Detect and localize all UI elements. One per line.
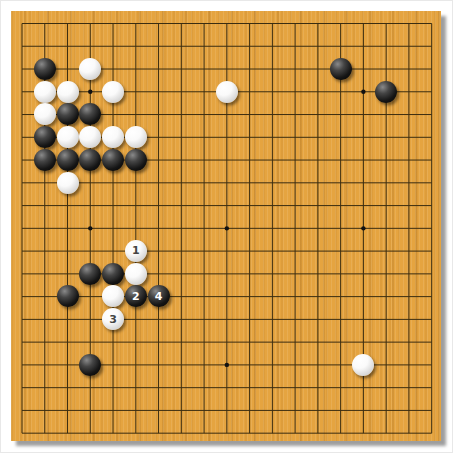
board-intersection-N4[interactable] — [284, 353, 307, 376]
board-intersection-A16[interactable] — [11, 80, 34, 103]
board-intersection-A12[interactable] — [11, 171, 34, 194]
board-intersection-L18[interactable] — [238, 35, 261, 58]
board-intersection-M14[interactable] — [261, 126, 284, 149]
board-intersection-S12[interactable] — [397, 171, 420, 194]
board-intersection-B6[interactable] — [33, 308, 56, 331]
board-intersection-C5[interactable] — [56, 331, 79, 354]
board-intersection-F11[interactable] — [124, 194, 147, 217]
board-intersection-L9[interactable] — [238, 240, 261, 263]
board-intersection-A19[interactable] — [11, 12, 34, 35]
board-intersection-S7[interactable] — [397, 285, 420, 308]
board-intersection-F9[interactable]: 1 — [124, 240, 147, 263]
board-intersection-R17[interactable] — [375, 58, 398, 81]
board-intersection-B16[interactable] — [33, 80, 56, 103]
board-intersection-C14[interactable] — [56, 126, 79, 149]
board-intersection-J16[interactable] — [193, 80, 216, 103]
board-intersection-C7[interactable] — [56, 285, 79, 308]
board-intersection-C8[interactable] — [56, 262, 79, 285]
board-intersection-K9[interactable] — [215, 240, 238, 263]
board-intersection-T18[interactable] — [420, 35, 443, 58]
board-intersection-R1[interactable] — [375, 422, 398, 445]
board-intersection-F14[interactable] — [124, 126, 147, 149]
board-intersection-S19[interactable] — [397, 12, 420, 35]
board-intersection-N10[interactable] — [284, 217, 307, 240]
board-intersection-J5[interactable] — [193, 331, 216, 354]
board-intersection-H14[interactable] — [170, 126, 193, 149]
board-intersection-O1[interactable] — [306, 422, 329, 445]
board-intersection-L19[interactable] — [238, 12, 261, 35]
board-intersection-B19[interactable] — [33, 12, 56, 35]
board-intersection-A14[interactable] — [11, 126, 34, 149]
board-intersection-M13[interactable] — [261, 149, 284, 172]
board-intersection-S1[interactable] — [397, 422, 420, 445]
board-intersection-S16[interactable] — [397, 80, 420, 103]
board-intersection-T16[interactable] — [420, 80, 443, 103]
board-intersection-S5[interactable] — [397, 331, 420, 354]
board-intersection-E10[interactable] — [102, 217, 125, 240]
board-intersection-F18[interactable] — [124, 35, 147, 58]
board-intersection-N2[interactable] — [284, 399, 307, 422]
board-intersection-O6[interactable] — [306, 308, 329, 331]
board-intersection-E7[interactable] — [102, 285, 125, 308]
board-intersection-R9[interactable] — [375, 240, 398, 263]
board-intersection-C13[interactable] — [56, 149, 79, 172]
board-intersection-L5[interactable] — [238, 331, 261, 354]
board-intersection-J7[interactable] — [193, 285, 216, 308]
board-intersection-R15[interactable] — [375, 103, 398, 126]
board-intersection-Q6[interactable] — [352, 308, 375, 331]
board-intersection-G19[interactable] — [147, 12, 170, 35]
board-intersection-P1[interactable] — [329, 422, 352, 445]
board-intersection-B5[interactable] — [33, 331, 56, 354]
board-intersection-K13[interactable] — [215, 149, 238, 172]
board-intersection-P19[interactable] — [329, 12, 352, 35]
board-intersection-P11[interactable] — [329, 194, 352, 217]
board-intersection-D15[interactable] — [79, 103, 102, 126]
board-intersection-G7[interactable]: 4 — [147, 285, 170, 308]
board-intersection-H10[interactable] — [170, 217, 193, 240]
board-intersection-D14[interactable] — [79, 126, 102, 149]
board-intersection-M16[interactable] — [261, 80, 284, 103]
board-intersection-N16[interactable] — [284, 80, 307, 103]
board-intersection-J14[interactable] — [193, 126, 216, 149]
board-intersection-G12[interactable] — [147, 171, 170, 194]
board-intersection-J4[interactable] — [193, 353, 216, 376]
board-intersection-D5[interactable] — [79, 331, 102, 354]
board-intersection-A15[interactable] — [11, 103, 34, 126]
board-intersection-B7[interactable] — [33, 285, 56, 308]
board-intersection-E19[interactable] — [102, 12, 125, 35]
board-intersection-G8[interactable] — [147, 262, 170, 285]
board-intersection-E15[interactable] — [102, 103, 125, 126]
board-intersection-Q8[interactable] — [352, 262, 375, 285]
board-intersection-L15[interactable] — [238, 103, 261, 126]
board-intersection-S2[interactable] — [397, 399, 420, 422]
board-intersection-L6[interactable] — [238, 308, 261, 331]
board-intersection-S3[interactable] — [397, 376, 420, 399]
board-intersection-L14[interactable] — [238, 126, 261, 149]
board-intersection-J8[interactable] — [193, 262, 216, 285]
board-intersection-R16[interactable] — [375, 80, 398, 103]
board-intersection-T17[interactable] — [420, 58, 443, 81]
board-intersection-Q10[interactable] — [352, 217, 375, 240]
board-intersection-C17[interactable] — [56, 58, 79, 81]
board-intersection-A11[interactable] — [11, 194, 34, 217]
board-intersection-S8[interactable] — [397, 262, 420, 285]
board-intersection-O11[interactable] — [306, 194, 329, 217]
board-intersection-R3[interactable] — [375, 376, 398, 399]
board-intersection-P5[interactable] — [329, 331, 352, 354]
board-intersection-M10[interactable] — [261, 217, 284, 240]
board-intersection-C12[interactable] — [56, 171, 79, 194]
board-intersection-N9[interactable] — [284, 240, 307, 263]
board-intersection-T4[interactable] — [420, 353, 443, 376]
board-intersection-K16[interactable] — [215, 80, 238, 103]
board-intersection-F6[interactable] — [124, 308, 147, 331]
board-intersection-K17[interactable] — [215, 58, 238, 81]
board-intersection-Q18[interactable] — [352, 35, 375, 58]
board-intersection-O15[interactable] — [306, 103, 329, 126]
board-intersection-E13[interactable] — [102, 149, 125, 172]
board-intersection-Q9[interactable] — [352, 240, 375, 263]
board-intersection-C18[interactable] — [56, 35, 79, 58]
board-intersection-C2[interactable] — [56, 399, 79, 422]
board-intersection-S14[interactable] — [397, 126, 420, 149]
board-intersection-R6[interactable] — [375, 308, 398, 331]
board-intersection-M3[interactable] — [261, 376, 284, 399]
board-intersection-P13[interactable] — [329, 149, 352, 172]
board-intersection-D19[interactable] — [79, 12, 102, 35]
board-intersection-F4[interactable] — [124, 353, 147, 376]
board-intersection-F10[interactable] — [124, 217, 147, 240]
board-intersection-C15[interactable] — [56, 103, 79, 126]
board-intersection-E2[interactable] — [102, 399, 125, 422]
board-intersection-S10[interactable] — [397, 217, 420, 240]
board-intersection-O17[interactable] — [306, 58, 329, 81]
board-intersection-O14[interactable] — [306, 126, 329, 149]
board-intersection-P10[interactable] — [329, 217, 352, 240]
board-intersection-J6[interactable] — [193, 308, 216, 331]
board-intersection-F15[interactable] — [124, 103, 147, 126]
board-intersection-D16[interactable] — [79, 80, 102, 103]
board-intersection-O12[interactable] — [306, 171, 329, 194]
board-intersection-M12[interactable] — [261, 171, 284, 194]
board-intersection-F12[interactable] — [124, 171, 147, 194]
board-intersection-K4[interactable] — [215, 353, 238, 376]
board-intersection-G10[interactable] — [147, 217, 170, 240]
board-intersection-L11[interactable] — [238, 194, 261, 217]
board-intersection-Q14[interactable] — [352, 126, 375, 149]
board-intersection-O9[interactable] — [306, 240, 329, 263]
board-intersection-Q3[interactable] — [352, 376, 375, 399]
board-intersection-S15[interactable] — [397, 103, 420, 126]
board-intersection-E17[interactable] — [102, 58, 125, 81]
board-intersection-O4[interactable] — [306, 353, 329, 376]
board-intersection-G3[interactable] — [147, 376, 170, 399]
board-intersection-F3[interactable] — [124, 376, 147, 399]
board-intersection-L4[interactable] — [238, 353, 261, 376]
board-intersection-G5[interactable] — [147, 331, 170, 354]
board-intersection-N8[interactable] — [284, 262, 307, 285]
board-intersection-N5[interactable] — [284, 331, 307, 354]
board-intersection-D2[interactable] — [79, 399, 102, 422]
board-intersection-T13[interactable] — [420, 149, 443, 172]
board-intersection-T9[interactable] — [420, 240, 443, 263]
board-intersection-S4[interactable] — [397, 353, 420, 376]
board-intersection-J13[interactable] — [193, 149, 216, 172]
board-intersection-F8[interactable] — [124, 262, 147, 285]
board-intersection-E1[interactable] — [102, 422, 125, 445]
board-intersection-J12[interactable] — [193, 171, 216, 194]
board-intersection-S13[interactable] — [397, 149, 420, 172]
board-intersection-J1[interactable] — [193, 422, 216, 445]
board-intersection-D9[interactable] — [79, 240, 102, 263]
board-intersection-L1[interactable] — [238, 422, 261, 445]
board-intersection-D1[interactable] — [79, 422, 102, 445]
board-intersection-J9[interactable] — [193, 240, 216, 263]
board-intersection-D13[interactable] — [79, 149, 102, 172]
board-intersection-L7[interactable] — [238, 285, 261, 308]
board-intersection-M17[interactable] — [261, 58, 284, 81]
board-intersection-B4[interactable] — [33, 353, 56, 376]
board-intersection-N14[interactable] — [284, 126, 307, 149]
board-intersection-T14[interactable] — [420, 126, 443, 149]
board-intersection-D6[interactable] — [79, 308, 102, 331]
board-intersection-P15[interactable] — [329, 103, 352, 126]
board-intersection-L10[interactable] — [238, 217, 261, 240]
board-intersection-Q5[interactable] — [352, 331, 375, 354]
board-intersection-B8[interactable] — [33, 262, 56, 285]
board-intersection-K12[interactable] — [215, 171, 238, 194]
board-intersection-H12[interactable] — [170, 171, 193, 194]
board-intersection-M6[interactable] — [261, 308, 284, 331]
board-intersection-M1[interactable] — [261, 422, 284, 445]
board-intersection-Q13[interactable] — [352, 149, 375, 172]
board-intersection-O10[interactable] — [306, 217, 329, 240]
board-intersection-R4[interactable] — [375, 353, 398, 376]
board-intersection-N17[interactable] — [284, 58, 307, 81]
board-intersection-S11[interactable] — [397, 194, 420, 217]
board-intersection-A1[interactable] — [11, 422, 34, 445]
board-intersection-L2[interactable] — [238, 399, 261, 422]
board-intersection-H8[interactable] — [170, 262, 193, 285]
board-intersection-J19[interactable] — [193, 12, 216, 35]
board-intersection-N13[interactable] — [284, 149, 307, 172]
board-intersection-H13[interactable] — [170, 149, 193, 172]
board-intersection-M2[interactable] — [261, 399, 284, 422]
board-intersection-A4[interactable] — [11, 353, 34, 376]
board-intersection-P8[interactable] — [329, 262, 352, 285]
board-intersection-P6[interactable] — [329, 308, 352, 331]
board-intersection-H4[interactable] — [170, 353, 193, 376]
board-intersection-Q2[interactable] — [352, 399, 375, 422]
board-intersection-G14[interactable] — [147, 126, 170, 149]
board-intersection-A9[interactable] — [11, 240, 34, 263]
board-intersection-C11[interactable] — [56, 194, 79, 217]
board-intersection-A3[interactable] — [11, 376, 34, 399]
board-intersection-E12[interactable] — [102, 171, 125, 194]
board-intersection-G13[interactable] — [147, 149, 170, 172]
board-intersection-F17[interactable] — [124, 58, 147, 81]
board-intersection-G16[interactable] — [147, 80, 170, 103]
board-intersection-K19[interactable] — [215, 12, 238, 35]
board-intersection-G2[interactable] — [147, 399, 170, 422]
board-intersection-C9[interactable] — [56, 240, 79, 263]
board-intersection-R18[interactable] — [375, 35, 398, 58]
board-intersection-R7[interactable] — [375, 285, 398, 308]
board-intersection-N1[interactable] — [284, 422, 307, 445]
board-intersection-A7[interactable] — [11, 285, 34, 308]
board-intersection-J17[interactable] — [193, 58, 216, 81]
board-intersection-B18[interactable] — [33, 35, 56, 58]
board-intersection-F1[interactable] — [124, 422, 147, 445]
board-intersection-F7[interactable]: 2 — [124, 285, 147, 308]
board-intersection-B10[interactable] — [33, 217, 56, 240]
board-intersection-F19[interactable] — [124, 12, 147, 35]
board-intersection-T5[interactable] — [420, 331, 443, 354]
board-intersection-G18[interactable] — [147, 35, 170, 58]
board-intersection-K2[interactable] — [215, 399, 238, 422]
board-intersection-B14[interactable] — [33, 126, 56, 149]
board-intersection-A5[interactable] — [11, 331, 34, 354]
board-intersection-H17[interactable] — [170, 58, 193, 81]
board-intersection-H2[interactable] — [170, 399, 193, 422]
board-intersection-T8[interactable] — [420, 262, 443, 285]
board-intersection-K14[interactable] — [215, 126, 238, 149]
board-intersection-J2[interactable] — [193, 399, 216, 422]
board-intersection-T1[interactable] — [420, 422, 443, 445]
board-intersection-B12[interactable] — [33, 171, 56, 194]
board-intersection-A18[interactable] — [11, 35, 34, 58]
board-intersection-O3[interactable] — [306, 376, 329, 399]
board-intersection-T11[interactable] — [420, 194, 443, 217]
board-intersection-G9[interactable] — [147, 240, 170, 263]
board-intersection-A13[interactable] — [11, 149, 34, 172]
board-intersection-B13[interactable] — [33, 149, 56, 172]
board-intersection-K15[interactable] — [215, 103, 238, 126]
board-intersection-D3[interactable] — [79, 376, 102, 399]
board-intersection-O16[interactable] — [306, 80, 329, 103]
board-intersection-H15[interactable] — [170, 103, 193, 126]
board-intersection-N11[interactable] — [284, 194, 307, 217]
board-intersection-K1[interactable] — [215, 422, 238, 445]
board-intersection-P17[interactable] — [329, 58, 352, 81]
board-intersection-J15[interactable] — [193, 103, 216, 126]
board-intersection-L12[interactable] — [238, 171, 261, 194]
board-intersection-S18[interactable] — [397, 35, 420, 58]
board-intersection-H7[interactable] — [170, 285, 193, 308]
board-intersection-Q12[interactable] — [352, 171, 375, 194]
board-intersection-A2[interactable] — [11, 399, 34, 422]
board-intersection-R14[interactable] — [375, 126, 398, 149]
board-intersection-T10[interactable] — [420, 217, 443, 240]
board-intersection-K10[interactable] — [215, 217, 238, 240]
board-intersection-K18[interactable] — [215, 35, 238, 58]
board-intersection-G15[interactable] — [147, 103, 170, 126]
board-intersection-P12[interactable] — [329, 171, 352, 194]
board-intersection-B1[interactable] — [33, 422, 56, 445]
board-intersection-A8[interactable] — [11, 262, 34, 285]
board-intersection-H11[interactable] — [170, 194, 193, 217]
board-intersection-B9[interactable] — [33, 240, 56, 263]
board-intersection-S6[interactable] — [397, 308, 420, 331]
board-intersection-Q11[interactable] — [352, 194, 375, 217]
board-intersection-T6[interactable] — [420, 308, 443, 331]
board-intersection-M8[interactable] — [261, 262, 284, 285]
board-intersection-R2[interactable] — [375, 399, 398, 422]
board-intersection-N7[interactable] — [284, 285, 307, 308]
board-intersection-A17[interactable] — [11, 58, 34, 81]
board-intersection-T15[interactable] — [420, 103, 443, 126]
board-intersection-K6[interactable] — [215, 308, 238, 331]
board-intersection-A10[interactable] — [11, 217, 34, 240]
board-intersection-J3[interactable] — [193, 376, 216, 399]
board-intersection-K8[interactable] — [215, 262, 238, 285]
board-intersection-D18[interactable] — [79, 35, 102, 58]
board-intersection-G6[interactable] — [147, 308, 170, 331]
board-intersection-J18[interactable] — [193, 35, 216, 58]
board-intersection-H1[interactable] — [170, 422, 193, 445]
board-intersection-R19[interactable] — [375, 12, 398, 35]
board-intersection-P14[interactable] — [329, 126, 352, 149]
board-intersection-R10[interactable] — [375, 217, 398, 240]
board-intersection-O18[interactable] — [306, 35, 329, 58]
board-intersection-B2[interactable] — [33, 399, 56, 422]
board-intersection-M18[interactable] — [261, 35, 284, 58]
board-intersection-Q7[interactable] — [352, 285, 375, 308]
board-intersection-K5[interactable] — [215, 331, 238, 354]
board-intersection-G1[interactable] — [147, 422, 170, 445]
board-intersection-F13[interactable] — [124, 149, 147, 172]
board-intersection-G11[interactable] — [147, 194, 170, 217]
board-intersection-E4[interactable] — [102, 353, 125, 376]
board-intersection-R8[interactable] — [375, 262, 398, 285]
board-intersection-Q4[interactable] — [352, 353, 375, 376]
board-intersection-M7[interactable] — [261, 285, 284, 308]
board-intersection-C6[interactable] — [56, 308, 79, 331]
board-intersection-R12[interactable] — [375, 171, 398, 194]
board-intersection-E16[interactable] — [102, 80, 125, 103]
board-intersection-T2[interactable] — [420, 399, 443, 422]
board-intersection-B3[interactable] — [33, 376, 56, 399]
board-intersection-H5[interactable] — [170, 331, 193, 354]
board-intersection-L16[interactable] — [238, 80, 261, 103]
board-intersection-C10[interactable] — [56, 217, 79, 240]
board-intersection-N15[interactable] — [284, 103, 307, 126]
board-intersection-H18[interactable] — [170, 35, 193, 58]
board-intersection-F16[interactable] — [124, 80, 147, 103]
board-intersection-L17[interactable] — [238, 58, 261, 81]
board-intersection-D4[interactable] — [79, 353, 102, 376]
board-intersection-C1[interactable] — [56, 422, 79, 445]
board-intersection-B15[interactable] — [33, 103, 56, 126]
board-intersection-M9[interactable] — [261, 240, 284, 263]
board-intersection-E6[interactable]: 3 — [102, 308, 125, 331]
board-intersection-N3[interactable] — [284, 376, 307, 399]
board-intersection-F2[interactable] — [124, 399, 147, 422]
board-intersection-R13[interactable] — [375, 149, 398, 172]
board-intersection-O2[interactable] — [306, 399, 329, 422]
board-intersection-O5[interactable] — [306, 331, 329, 354]
board-intersection-T3[interactable] — [420, 376, 443, 399]
board-intersection-T7[interactable] — [420, 285, 443, 308]
board-intersection-Q19[interactable] — [352, 12, 375, 35]
board-intersection-M4[interactable] — [261, 353, 284, 376]
board-intersection-O8[interactable] — [306, 262, 329, 285]
board-intersection-Q15[interactable] — [352, 103, 375, 126]
board-intersection-M15[interactable] — [261, 103, 284, 126]
board-intersection-D8[interactable] — [79, 262, 102, 285]
